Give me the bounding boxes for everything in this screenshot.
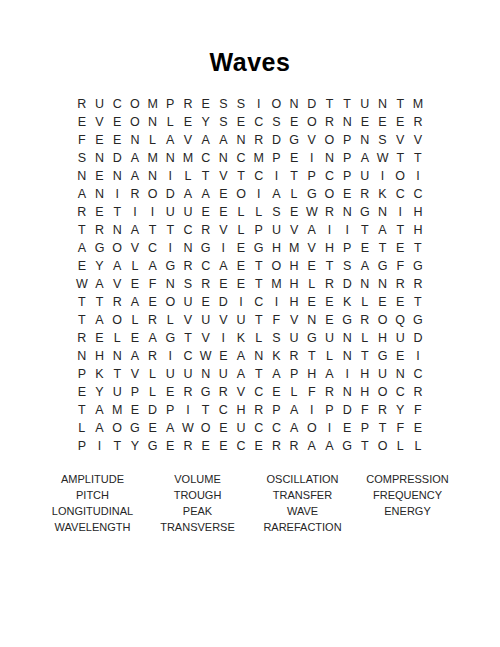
grid-cell[interactable]: R [179, 437, 197, 455]
grid-cell[interactable]: N [391, 365, 409, 383]
grid-cell[interactable]: P [268, 401, 286, 419]
grid-cell[interactable]: G [91, 239, 109, 257]
grid-cell[interactable]: L [409, 437, 427, 455]
grid-cell[interactable]: N [303, 311, 321, 329]
grid-cell[interactable]: U [161, 365, 179, 383]
grid-cell[interactable]: V [126, 365, 144, 383]
grid-cell[interactable]: H [409, 203, 427, 221]
grid-cell[interactable]: U [232, 419, 250, 437]
grid-cell[interactable]: A [126, 167, 144, 185]
grid-cell[interactable]: E [197, 293, 215, 311]
grid-cell[interactable]: V [179, 131, 197, 149]
grid-cell[interactable]: U [179, 365, 197, 383]
grid-cell[interactable]: I [303, 401, 321, 419]
grid-cell[interactable]: C [197, 257, 215, 275]
grid-cell[interactable]: V [409, 131, 427, 149]
grid-cell[interactable]: E [374, 293, 392, 311]
grid-cell[interactable]: V [215, 167, 233, 185]
grid-cell[interactable]: E [144, 293, 162, 311]
grid-cell[interactable]: T [338, 95, 356, 113]
grid-cell[interactable]: C [250, 113, 268, 131]
grid-cell[interactable]: I [338, 221, 356, 239]
grid-cell[interactable]: C [321, 167, 339, 185]
grid-cell[interactable]: D [144, 401, 162, 419]
grid-cell[interactable]: I [321, 221, 339, 239]
grid-cell[interactable]: U [232, 311, 250, 329]
grid-cell[interactable]: T [321, 95, 339, 113]
grid-cell[interactable]: T [108, 365, 126, 383]
grid-cell[interactable]: C [250, 293, 268, 311]
grid-cell[interactable]: E [108, 113, 126, 131]
grid-cell[interactable]: T [161, 221, 179, 239]
grid-cell[interactable]: V [391, 131, 409, 149]
grid-cell[interactable]: V [285, 311, 303, 329]
grid-cell[interactable]: M [108, 401, 126, 419]
grid-cell[interactable]: N [91, 149, 109, 167]
grid-cell[interactable]: G [374, 347, 392, 365]
grid-cell[interactable]: E [215, 275, 233, 293]
grid-cell[interactable]: O [303, 113, 321, 131]
grid-cell[interactable]: L [285, 383, 303, 401]
grid-cell[interactable]: L [126, 257, 144, 275]
grid-cell[interactable]: K [268, 347, 286, 365]
grid-cell[interactable]: A [303, 221, 321, 239]
grid-cell[interactable]: P [268, 149, 286, 167]
grid-cell[interactable]: Q [391, 311, 409, 329]
grid-cell[interactable]: E [73, 383, 91, 401]
grid-cell[interactable]: P [338, 131, 356, 149]
grid-cell[interactable]: H [303, 365, 321, 383]
grid-cell[interactable]: C [232, 437, 250, 455]
grid-cell[interactable]: R [197, 275, 215, 293]
grid-cell[interactable]: G [338, 311, 356, 329]
grid-cell[interactable]: D [338, 275, 356, 293]
grid-cell[interactable]: P [338, 167, 356, 185]
grid-cell[interactable]: T [391, 149, 409, 167]
grid-cell[interactable]: T [374, 419, 392, 437]
grid-cell[interactable]: R [374, 401, 392, 419]
grid-cell[interactable]: R [409, 275, 427, 293]
grid-cell[interactable]: E [91, 167, 109, 185]
grid-cell[interactable]: V [91, 113, 109, 131]
grid-cell[interactable]: N [374, 203, 392, 221]
grid-cell[interactable]: N [91, 185, 109, 203]
grid-cell[interactable]: C [250, 383, 268, 401]
grid-cell[interactable]: L [232, 203, 250, 221]
grid-cell[interactable]: G [374, 257, 392, 275]
grid-cell[interactable]: U [285, 329, 303, 347]
grid-cell[interactable]: R [197, 221, 215, 239]
grid-cell[interactable]: T [250, 275, 268, 293]
grid-cell[interactable]: E [108, 131, 126, 149]
grid-cell[interactable]: C [197, 149, 215, 167]
grid-cell[interactable]: T [73, 401, 91, 419]
grid-cell[interactable]: T [73, 311, 91, 329]
grid-cell[interactable]: F [73, 131, 91, 149]
grid-cell[interactable]: G [161, 329, 179, 347]
grid-cell[interactable]: I [215, 329, 233, 347]
grid-cell[interactable]: C [409, 185, 427, 203]
grid-cell[interactable]: E [232, 257, 250, 275]
grid-cell[interactable]: E [197, 203, 215, 221]
grid-cell[interactable]: E [91, 131, 109, 149]
grid-cell[interactable]: R [321, 275, 339, 293]
grid-cell[interactable]: I [268, 293, 286, 311]
grid-cell[interactable]: I [232, 293, 250, 311]
grid-cell[interactable]: T [250, 365, 268, 383]
grid-cell[interactable]: A [91, 311, 109, 329]
grid-cell[interactable]: E [161, 437, 179, 455]
grid-cell[interactable]: C [215, 401, 233, 419]
grid-cell[interactable]: R [126, 185, 144, 203]
grid-cell[interactable]: U [215, 365, 233, 383]
grid-cell[interactable]: A [197, 131, 215, 149]
grid-cell[interactable]: R [91, 221, 109, 239]
grid-cell[interactable]: N [374, 275, 392, 293]
grid-cell[interactable]: N [356, 131, 374, 149]
grid-cell[interactable]: P [126, 383, 144, 401]
grid-cell[interactable]: P [161, 95, 179, 113]
grid-cell[interactable]: D [215, 293, 233, 311]
grid-cell[interactable]: R [321, 383, 339, 401]
grid-cell[interactable]: U [374, 365, 392, 383]
grid-cell[interactable]: E [73, 113, 91, 131]
grid-cell[interactable]: E [285, 149, 303, 167]
grid-cell[interactable]: G [161, 257, 179, 275]
grid-cell[interactable]: M [409, 95, 427, 113]
grid-cell[interactable]: R [73, 329, 91, 347]
grid-cell[interactable]: I [250, 95, 268, 113]
grid-cell[interactable]: T [250, 257, 268, 275]
grid-cell[interactable]: E [215, 203, 233, 221]
grid-cell[interactable]: P [338, 239, 356, 257]
grid-cell[interactable]: E [215, 347, 233, 365]
grid-cell[interactable]: N [108, 221, 126, 239]
grid-cell[interactable]: N [197, 365, 215, 383]
grid-cell[interactable]: T [391, 95, 409, 113]
grid-cell[interactable]: T [108, 203, 126, 221]
grid-cell[interactable]: S [215, 95, 233, 113]
grid-cell[interactable]: S [232, 95, 250, 113]
grid-cell[interactable]: T [374, 239, 392, 257]
grid-cell[interactable]: R [179, 257, 197, 275]
grid-cell[interactable]: G [338, 437, 356, 455]
grid-cell[interactable]: E [338, 419, 356, 437]
grid-cell[interactable]: W [374, 149, 392, 167]
grid-cell[interactable]: G [250, 239, 268, 257]
grid-cell[interactable]: L [303, 275, 321, 293]
grid-cell[interactable]: L [250, 203, 268, 221]
grid-cell[interactable]: N [144, 167, 162, 185]
grid-cell[interactable]: I [126, 203, 144, 221]
grid-cell[interactable]: P [338, 149, 356, 167]
grid-cell[interactable]: N [338, 113, 356, 131]
grid-cell[interactable]: S [374, 131, 392, 149]
grid-cell[interactable]: U [197, 311, 215, 329]
grid-cell[interactable]: O [232, 185, 250, 203]
grid-cell[interactable]: C [391, 383, 409, 401]
grid-cell[interactable]: S [268, 113, 286, 131]
grid-cell[interactable]: H [285, 275, 303, 293]
grid-cell[interactable]: O [391, 167, 409, 185]
grid-cell[interactable]: E [144, 419, 162, 437]
grid-cell[interactable]: S [73, 149, 91, 167]
grid-cell[interactable]: A [73, 185, 91, 203]
grid-cell[interactable]: G [356, 203, 374, 221]
grid-cell[interactable]: O [144, 185, 162, 203]
grid-cell[interactable]: E [73, 257, 91, 275]
grid-cell[interactable]: A [321, 365, 339, 383]
grid-cell[interactable]: H [321, 239, 339, 257]
grid-cell[interactable]: A [161, 131, 179, 149]
grid-cell[interactable]: P [161, 401, 179, 419]
grid-cell[interactable]: H [268, 239, 286, 257]
grid-cell[interactable]: E [215, 419, 233, 437]
grid-cell[interactable]: O [197, 419, 215, 437]
grid-cell[interactable]: V [285, 221, 303, 239]
grid-cell[interactable]: S [215, 113, 233, 131]
grid-cell[interactable]: P [250, 221, 268, 239]
grid-cell[interactable]: L [108, 329, 126, 347]
grid-cell[interactable]: E [391, 347, 409, 365]
grid-cell[interactable]: R [285, 347, 303, 365]
grid-cell[interactable]: E [215, 437, 233, 455]
grid-cell[interactable]: A [161, 419, 179, 437]
grid-cell[interactable]: T [356, 347, 374, 365]
grid-cell[interactable]: Y [126, 437, 144, 455]
grid-cell[interactable]: I [250, 185, 268, 203]
grid-cell[interactable]: F [268, 311, 286, 329]
grid-cell[interactable]: A [285, 419, 303, 437]
grid-cell[interactable]: H [374, 329, 392, 347]
grid-cell[interactable]: H [285, 293, 303, 311]
grid-cell[interactable]: I [374, 167, 392, 185]
grid-cell[interactable]: H [356, 365, 374, 383]
grid-cell[interactable]: L [161, 311, 179, 329]
grid-cell[interactable]: M [250, 149, 268, 167]
grid-cell[interactable]: E [391, 113, 409, 131]
grid-cell[interactable]: I [215, 239, 233, 257]
grid-cell[interactable]: S [268, 203, 286, 221]
grid-cell[interactable]: N [338, 329, 356, 347]
grid-cell[interactable]: A [144, 329, 162, 347]
grid-cell[interactable]: N [215, 149, 233, 167]
grid-cell[interactable]: D [409, 329, 427, 347]
grid-cell[interactable]: M [179, 149, 197, 167]
grid-cell[interactable]: U [179, 203, 197, 221]
grid-cell[interactable]: T [250, 311, 268, 329]
grid-cell[interactable]: N [108, 347, 126, 365]
grid-cell[interactable]: S [268, 329, 286, 347]
grid-cell[interactable]: R [356, 185, 374, 203]
grid-cell[interactable]: R [250, 131, 268, 149]
grid-cell[interactable]: C [108, 95, 126, 113]
grid-cell[interactable]: T [144, 221, 162, 239]
grid-cell[interactable]: H [356, 383, 374, 401]
grid-cell[interactable]: H [409, 221, 427, 239]
grid-cell[interactable]: A [126, 221, 144, 239]
grid-cell[interactable]: F [303, 383, 321, 401]
grid-cell[interactable]: T [232, 167, 250, 185]
grid-cell[interactable]: T [409, 239, 427, 257]
grid-cell[interactable]: A [126, 347, 144, 365]
grid-cell[interactable]: I [321, 419, 339, 437]
grid-cell[interactable]: E [285, 113, 303, 131]
grid-cell[interactable]: A [215, 257, 233, 275]
grid-cell[interactable]: A [356, 149, 374, 167]
grid-cell[interactable]: D [268, 131, 286, 149]
grid-cell[interactable]: H [91, 347, 109, 365]
grid-cell[interactable]: N [374, 95, 392, 113]
grid-cell[interactable]: O [108, 419, 126, 437]
grid-cell[interactable]: T [91, 293, 109, 311]
grid-cell[interactable]: E [179, 113, 197, 131]
grid-cell[interactable]: I [268, 167, 286, 185]
grid-cell[interactable]: A [303, 437, 321, 455]
grid-cell[interactable]: T [321, 257, 339, 275]
grid-cell[interactable]: E [356, 113, 374, 131]
grid-cell[interactable]: N [285, 95, 303, 113]
grid-cell[interactable]: L [250, 329, 268, 347]
grid-cell[interactable]: T [73, 293, 91, 311]
grid-cell[interactable]: W [197, 347, 215, 365]
grid-cell[interactable]: O [321, 185, 339, 203]
grid-cell[interactable]: W [73, 275, 91, 293]
grid-cell[interactable]: R [356, 311, 374, 329]
grid-cell[interactable]: T [303, 347, 321, 365]
grid-cell[interactable]: A [215, 131, 233, 149]
grid-cell[interactable]: E [391, 239, 409, 257]
grid-cell[interactable]: I [409, 347, 427, 365]
grid-cell[interactable]: G [197, 239, 215, 257]
grid-cell[interactable]: N [161, 149, 179, 167]
grid-cell[interactable]: L [161, 113, 179, 131]
grid-cell[interactable]: E [161, 383, 179, 401]
grid-cell[interactable]: R [268, 437, 286, 455]
grid-cell[interactable]: V [215, 221, 233, 239]
grid-cell[interactable]: G [409, 257, 427, 275]
grid-cell[interactable]: E [197, 437, 215, 455]
grid-cell[interactable]: F [409, 401, 427, 419]
grid-cell[interactable]: E [303, 293, 321, 311]
grid-cell[interactable]: V [303, 131, 321, 149]
grid-cell[interactable]: S [179, 275, 197, 293]
grid-cell[interactable]: A [91, 275, 109, 293]
grid-cell[interactable]: A [268, 185, 286, 203]
grid-cell[interactable]: U [179, 293, 197, 311]
grid-cell[interactable]: T [409, 149, 427, 167]
grid-cell[interactable]: K [338, 293, 356, 311]
grid-cell[interactable]: T [285, 167, 303, 185]
grid-cell[interactable]: A [108, 257, 126, 275]
grid-cell[interactable]: L [144, 365, 162, 383]
grid-cell[interactable]: A [268, 365, 286, 383]
grid-cell[interactable]: O [108, 311, 126, 329]
grid-cell[interactable]: A [126, 149, 144, 167]
grid-cell[interactable]: E [338, 185, 356, 203]
grid-cell[interactable]: W [179, 419, 197, 437]
grid-cell[interactable]: I [338, 365, 356, 383]
grid-cell[interactable]: R [108, 293, 126, 311]
grid-cell[interactable]: G [285, 131, 303, 149]
grid-cell[interactable]: P [303, 167, 321, 185]
grid-cell[interactable]: E [321, 311, 339, 329]
grid-cell[interactable]: Y [391, 401, 409, 419]
grid-cell[interactable]: P [73, 437, 91, 455]
grid-cell[interactable]: I [161, 347, 179, 365]
grid-cell[interactable]: O [374, 311, 392, 329]
grid-cell[interactable]: T [409, 293, 427, 311]
grid-cell[interactable]: E [232, 275, 250, 293]
grid-cell[interactable]: A [356, 257, 374, 275]
grid-cell[interactable]: D [161, 185, 179, 203]
grid-cell[interactable]: A [179, 185, 197, 203]
grid-cell[interactable]: R [391, 275, 409, 293]
grid-cell[interactable]: E [91, 329, 109, 347]
grid-cell[interactable]: G [126, 419, 144, 437]
grid-cell[interactable]: P [356, 419, 374, 437]
grid-cell[interactable]: O [126, 95, 144, 113]
grid-cell[interactable]: A [73, 239, 91, 257]
grid-cell[interactable]: R [73, 95, 91, 113]
grid-cell[interactable]: N [232, 131, 250, 149]
grid-cell[interactable]: U [391, 329, 409, 347]
grid-cell[interactable]: L [356, 293, 374, 311]
grid-cell[interactable]: E [126, 401, 144, 419]
grid-cell[interactable]: K [91, 365, 109, 383]
grid-cell[interactable]: R [179, 383, 197, 401]
grid-cell[interactable]: V [197, 329, 215, 347]
grid-cell[interactable]: I [303, 149, 321, 167]
grid-cell[interactable]: N [73, 347, 91, 365]
grid-cell[interactable]: N [144, 113, 162, 131]
grid-cell[interactable]: L [391, 437, 409, 455]
grid-cell[interactable]: E [232, 239, 250, 257]
grid-cell[interactable]: A [91, 401, 109, 419]
grid-cell[interactable]: L [356, 329, 374, 347]
grid-cell[interactable]: T [73, 221, 91, 239]
grid-cell[interactable]: N [126, 131, 144, 149]
grid-cell[interactable]: O [161, 293, 179, 311]
grid-cell[interactable]: I [179, 401, 197, 419]
grid-cell[interactable]: P [285, 365, 303, 383]
grid-cell[interactable]: E [126, 275, 144, 293]
grid-cell[interactable]: N [250, 347, 268, 365]
grid-cell[interactable]: R [321, 203, 339, 221]
grid-cell[interactable]: C [391, 185, 409, 203]
grid-cell[interactable]: C [144, 239, 162, 257]
grid-cell[interactable]: R [409, 383, 427, 401]
grid-cell[interactable]: T [197, 167, 215, 185]
grid-cell[interactable]: E [391, 293, 409, 311]
grid-cell[interactable]: O [268, 95, 286, 113]
grid-cell[interactable]: C [268, 419, 286, 437]
grid-cell[interactable]: I [161, 167, 179, 185]
grid-cell[interactable]: R [285, 437, 303, 455]
grid-cell[interactable]: C [250, 167, 268, 185]
grid-cell[interactable]: Y [91, 257, 109, 275]
grid-cell[interactable]: O [321, 131, 339, 149]
grid-cell[interactable]: Y [197, 113, 215, 131]
grid-cell[interactable]: G [409, 311, 427, 329]
grid-cell[interactable]: E [285, 203, 303, 221]
grid-cell[interactable]: H [285, 257, 303, 275]
grid-cell[interactable]: S [338, 257, 356, 275]
grid-cell[interactable]: O [374, 383, 392, 401]
grid-cell[interactable]: A [232, 347, 250, 365]
grid-cell[interactable]: U [321, 329, 339, 347]
grid-cell[interactable]: L [321, 347, 339, 365]
